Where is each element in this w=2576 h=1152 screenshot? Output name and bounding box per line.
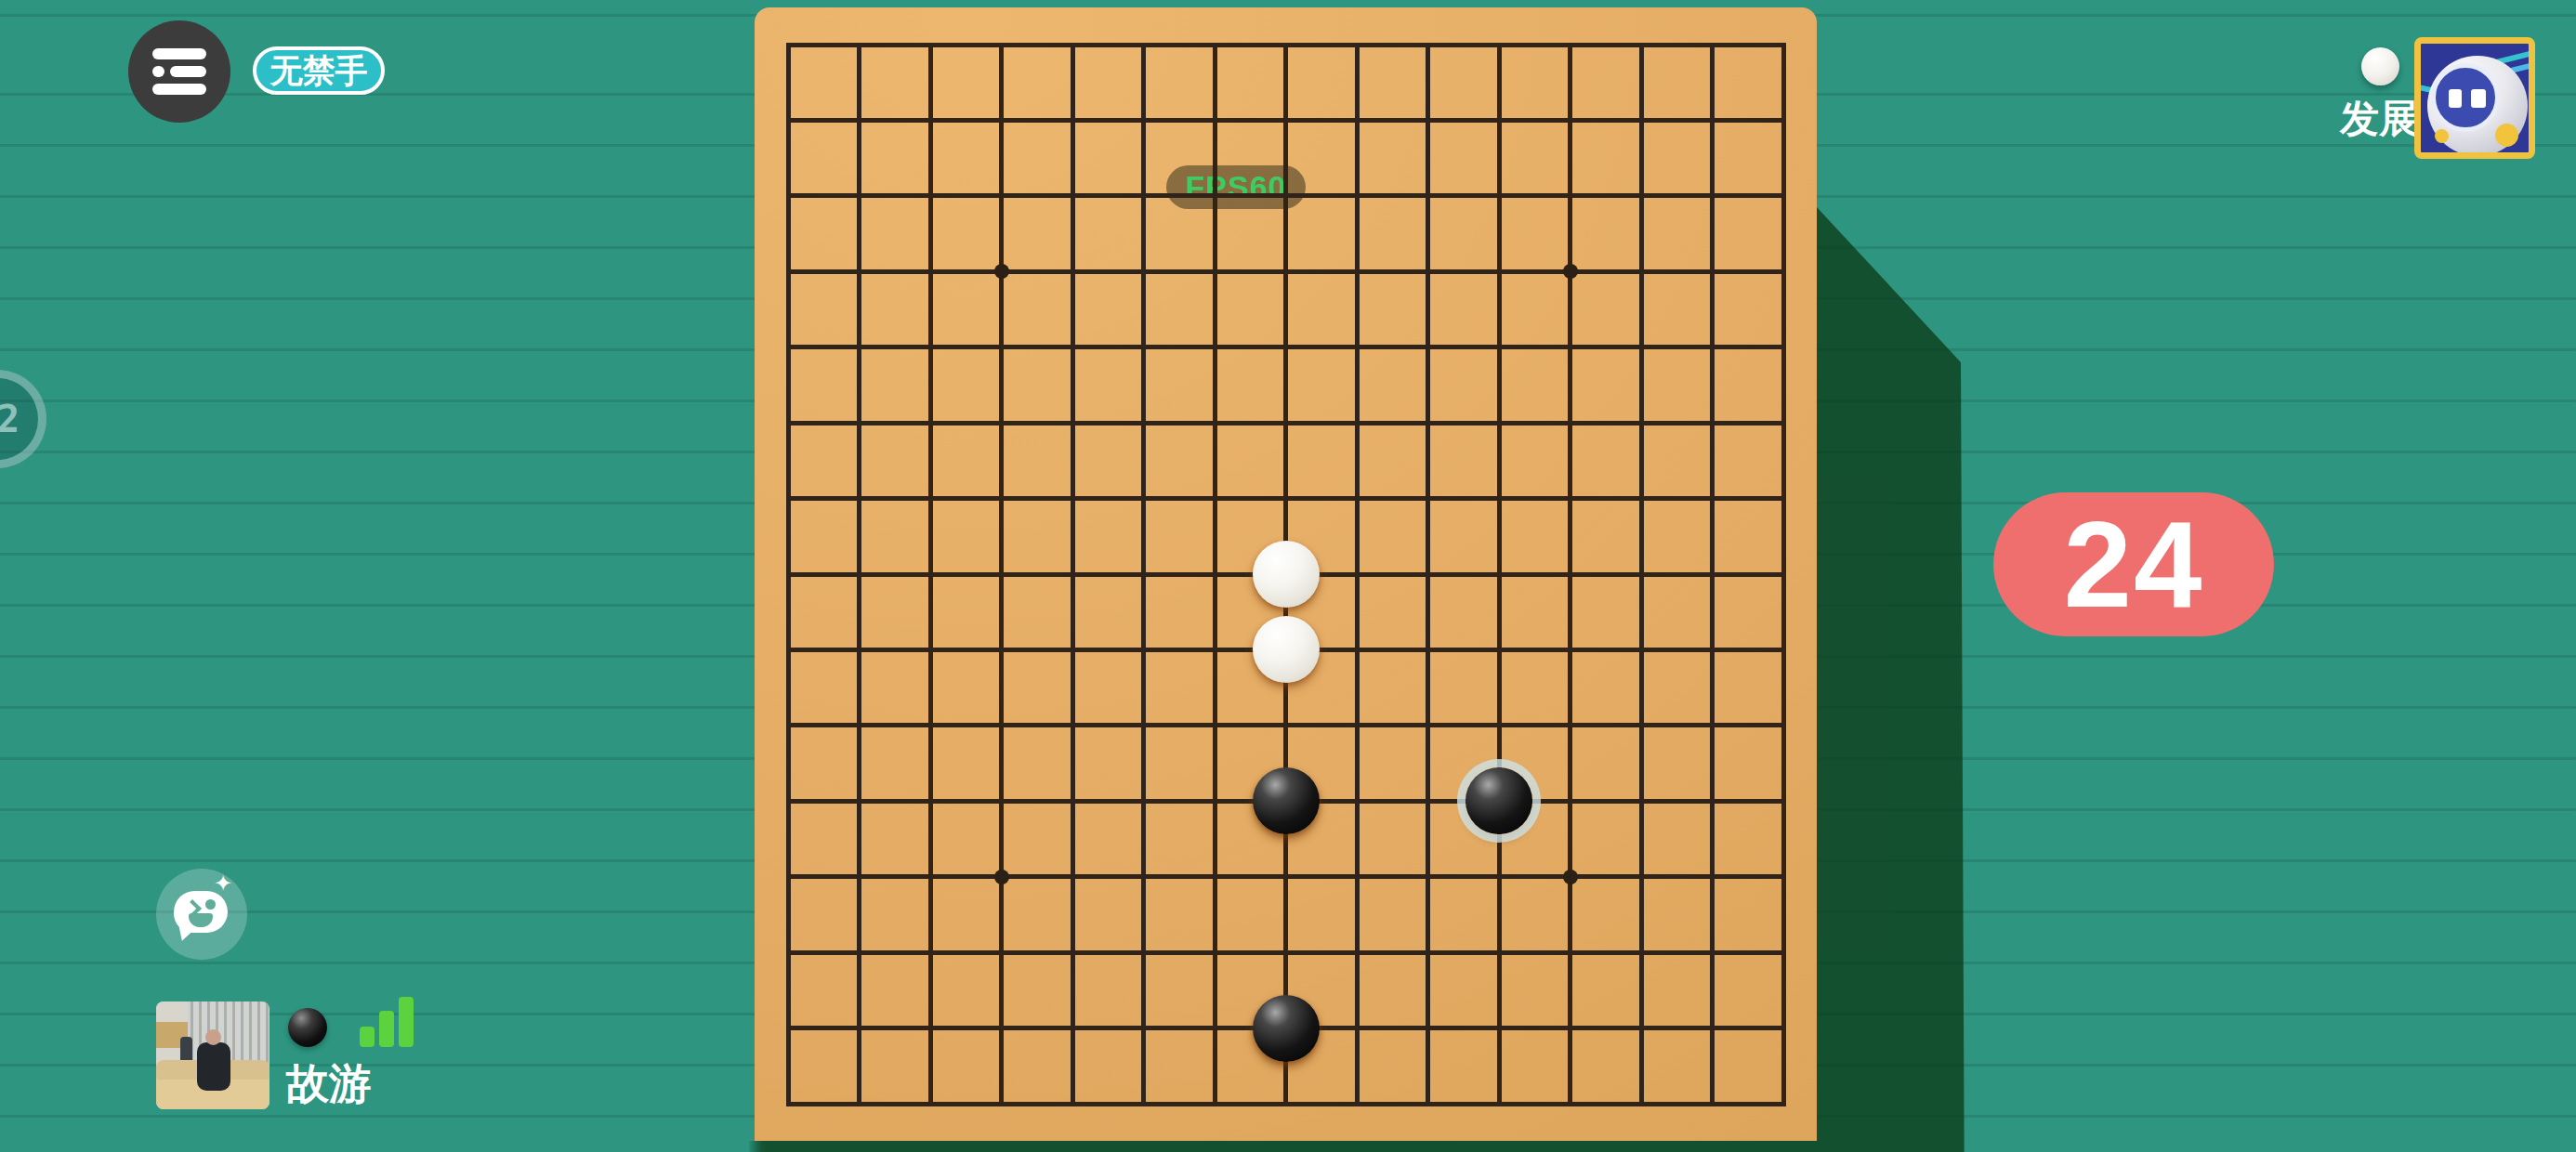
rule-badge-label: 无禁手 xyxy=(270,49,368,93)
move-timer: 24 xyxy=(1993,492,2274,636)
stone-white xyxy=(1253,616,1320,683)
grid-line-vertical xyxy=(1355,43,1360,1106)
grid-line-horizontal xyxy=(786,874,1786,879)
fps-label: FPS60 xyxy=(1186,169,1287,205)
menu-button[interactable] xyxy=(128,20,230,123)
move-timer-value: 24 xyxy=(2064,494,2204,635)
stone-black xyxy=(1253,767,1320,834)
sparkle-icon: ✦ xyxy=(214,872,232,895)
robot-eye-icon xyxy=(2471,89,2486,108)
floating-timer-widget: 22 xyxy=(0,370,46,468)
player-name: 故游 xyxy=(286,1055,435,1113)
cheek-dot-icon xyxy=(2495,124,2518,147)
eye-dot-icon xyxy=(205,899,216,910)
grid-line-horizontal xyxy=(786,950,1786,955)
gomoku-board[interactable]: FPS60 xyxy=(755,7,1817,1141)
grid-line-vertical xyxy=(1497,43,1502,1106)
opponent-name: 发展 xyxy=(2331,93,2427,145)
grid-line-horizontal xyxy=(786,723,1786,727)
grid-line-vertical xyxy=(1639,43,1644,1106)
game-screen: FPS60 无禁手 22 ✦ xyxy=(0,0,2576,1152)
chat-bubble-icon xyxy=(174,891,228,933)
player-black-stone-icon xyxy=(288,1008,327,1047)
stone-black-last-move xyxy=(1465,767,1532,834)
floating-timer-value: 22 xyxy=(0,398,20,440)
opponent-avatar[interactable] xyxy=(2414,37,2535,159)
robot-head xyxy=(2427,56,2528,156)
signal-strength-icon xyxy=(360,997,414,1047)
stone-black xyxy=(1253,995,1320,1062)
star-point xyxy=(1563,870,1578,884)
star-point xyxy=(994,870,1009,884)
cheek-dot-icon xyxy=(2435,129,2449,143)
smile-mouth-icon xyxy=(189,913,213,927)
grid-line-vertical xyxy=(1426,43,1430,1106)
player-avatar[interactable] xyxy=(156,1001,269,1109)
grid-line-vertical xyxy=(1568,43,1572,1106)
rule-badge: 无禁手 xyxy=(253,46,385,95)
star-point xyxy=(994,264,1009,279)
grid-line-horizontal xyxy=(786,1102,1786,1106)
star-point xyxy=(1563,264,1578,279)
grid-line-vertical xyxy=(1710,43,1715,1106)
chat-button[interactable]: ✦ xyxy=(156,869,247,960)
opponent-white-stone-icon xyxy=(2361,47,2399,85)
robot-face xyxy=(2431,63,2500,132)
robot-eye-icon xyxy=(2449,89,2462,108)
grid-line-vertical xyxy=(1781,43,1786,1106)
stone-white xyxy=(1253,541,1320,608)
menu-icon xyxy=(152,48,206,95)
